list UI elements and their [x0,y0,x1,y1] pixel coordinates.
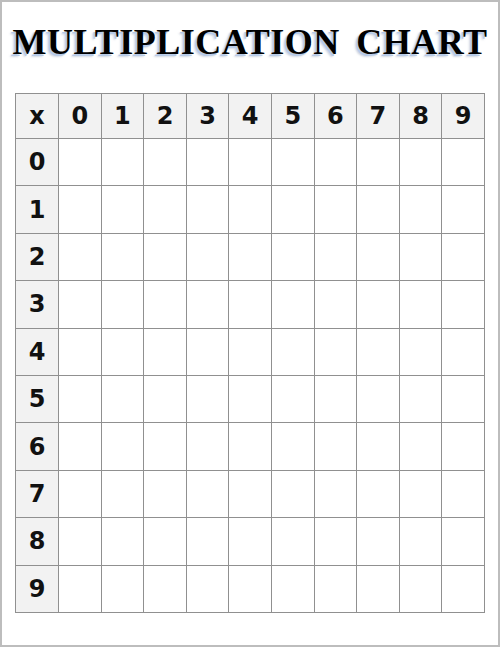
product-cell-r6c9[interactable] [442,423,484,469]
product-cell-r2c7[interactable] [357,234,399,280]
page-title: MULTIPLICATION CHART [2,22,498,62]
column-header-0: 0 [59,94,101,138]
product-cell-r2c9[interactable] [442,234,484,280]
product-cell-r3c4[interactable] [229,281,271,327]
product-cell-r8c0[interactable] [59,518,101,564]
product-cell-r2c5[interactable] [272,234,314,280]
row-header-4: 4 [16,329,58,375]
product-cell-r2c3[interactable] [187,234,229,280]
product-cell-r8c5[interactable] [272,518,314,564]
row-header-0: 0 [16,139,58,185]
column-header-2: 2 [144,94,186,138]
product-cell-r7c2[interactable] [144,471,186,517]
product-cell-r3c8[interactable] [400,281,442,327]
product-cell-r2c4[interactable] [229,234,271,280]
column-header-3: 3 [187,94,229,138]
product-cell-r7c8[interactable] [400,471,442,517]
product-cell-r6c5[interactable] [272,423,314,469]
product-cell-r5c2[interactable] [144,376,186,422]
product-cell-r5c0[interactable] [59,376,101,422]
product-cell-r8c6[interactable] [315,518,357,564]
product-cell-r6c4[interactable] [229,423,271,469]
product-cell-r2c0[interactable] [59,234,101,280]
product-cell-r3c9[interactable] [442,281,484,327]
product-cell-r2c2[interactable] [144,234,186,280]
product-cell-r1c7[interactable] [357,186,399,232]
product-cell-r0c4[interactable] [229,139,271,185]
product-cell-r8c4[interactable] [229,518,271,564]
product-cell-r0c9[interactable] [442,139,484,185]
product-cell-r1c5[interactable] [272,186,314,232]
column-header-4: 4 [229,94,271,138]
product-cell-r0c7[interactable] [357,139,399,185]
product-cell-r6c3[interactable] [187,423,229,469]
product-cell-r7c4[interactable] [229,471,271,517]
product-cell-r2c6[interactable] [315,234,357,280]
product-cell-r6c8[interactable] [400,423,442,469]
product-cell-r7c9[interactable] [442,471,484,517]
product-cell-r0c8[interactable] [400,139,442,185]
product-cell-r3c6[interactable] [315,281,357,327]
product-cell-r4c8[interactable] [400,329,442,375]
product-cell-r9c5[interactable] [272,566,314,612]
product-cell-r1c9[interactable] [442,186,484,232]
product-cell-r9c8[interactable] [400,566,442,612]
product-cell-r9c1[interactable] [102,566,144,612]
product-cell-r5c3[interactable] [187,376,229,422]
product-cell-r3c7[interactable] [357,281,399,327]
product-cell-r7c5[interactable] [272,471,314,517]
product-cell-r9c3[interactable] [187,566,229,612]
product-cell-r8c3[interactable] [187,518,229,564]
product-cell-r5c9[interactable] [442,376,484,422]
product-cell-r0c2[interactable] [144,139,186,185]
product-cell-r4c9[interactable] [442,329,484,375]
row-header-1: 1 [16,186,58,232]
row-header-3: 3 [16,281,58,327]
product-cell-r7c3[interactable] [187,471,229,517]
multiplication-grid: x01234567890123456789 [15,93,485,613]
product-cell-r4c4[interactable] [229,329,271,375]
column-header-1: 1 [102,94,144,138]
product-cell-r3c5[interactable] [272,281,314,327]
product-cell-r7c7[interactable] [357,471,399,517]
product-cell-r9c0[interactable] [59,566,101,612]
product-cell-r4c5[interactable] [272,329,314,375]
product-cell-r5c5[interactable] [272,376,314,422]
product-cell-r1c6[interactable] [315,186,357,232]
column-header-7: 7 [357,94,399,138]
product-cell-r4c3[interactable] [187,329,229,375]
product-cell-r3c3[interactable] [187,281,229,327]
column-header-8: 8 [400,94,442,138]
product-cell-r4c6[interactable] [315,329,357,375]
product-cell-r9c6[interactable] [315,566,357,612]
product-cell-r3c1[interactable] [102,281,144,327]
product-cell-r5c4[interactable] [229,376,271,422]
product-cell-r3c0[interactable] [59,281,101,327]
product-cell-r2c1[interactable] [102,234,144,280]
product-cell-r9c7[interactable] [357,566,399,612]
column-header-5: 5 [272,94,314,138]
product-cell-r1c0[interactable] [59,186,101,232]
product-cell-r8c8[interactable] [400,518,442,564]
worksheet-page: { "title": "MULTIPLICATION CHART", "game… [0,0,500,647]
corner-cell: x [16,94,58,138]
product-cell-r4c0[interactable] [59,329,101,375]
product-cell-r6c7[interactable] [357,423,399,469]
row-header-8: 8 [16,518,58,564]
product-cell-r8c2[interactable] [144,518,186,564]
product-cell-r1c1[interactable] [102,186,144,232]
product-cell-r6c6[interactable] [315,423,357,469]
product-cell-r0c3[interactable] [187,139,229,185]
product-cell-r0c0[interactable] [59,139,101,185]
product-cell-r6c0[interactable] [59,423,101,469]
row-header-9: 9 [16,566,58,612]
column-header-6: 6 [315,94,357,138]
product-cell-r9c2[interactable] [144,566,186,612]
product-cell-r7c1[interactable] [102,471,144,517]
product-cell-r0c1[interactable] [102,139,144,185]
product-cell-r0c6[interactable] [315,139,357,185]
product-cell-r4c1[interactable] [102,329,144,375]
product-cell-r6c1[interactable] [102,423,144,469]
product-cell-r8c9[interactable] [442,518,484,564]
product-cell-r8c1[interactable] [102,518,144,564]
product-cell-r4c2[interactable] [144,329,186,375]
product-cell-r3c2[interactable] [144,281,186,327]
product-cell-r9c9[interactable] [442,566,484,612]
product-cell-r7c6[interactable] [315,471,357,517]
product-cell-r5c7[interactable] [357,376,399,422]
product-cell-r4c7[interactable] [357,329,399,375]
product-cell-r7c0[interactable] [59,471,101,517]
product-cell-r8c7[interactable] [357,518,399,564]
row-header-2: 2 [16,234,58,280]
product-cell-r9c4[interactable] [229,566,271,612]
product-cell-r1c3[interactable] [187,186,229,232]
product-cell-r2c8[interactable] [400,234,442,280]
product-cell-r0c5[interactable] [272,139,314,185]
row-header-6: 6 [16,423,58,469]
row-header-7: 7 [16,471,58,517]
product-cell-r5c6[interactable] [315,376,357,422]
product-cell-r5c8[interactable] [400,376,442,422]
product-cell-r1c2[interactable] [144,186,186,232]
product-cell-r5c1[interactable] [102,376,144,422]
row-header-5: 5 [16,376,58,422]
column-header-9: 9 [442,94,484,138]
product-cell-r6c2[interactable] [144,423,186,469]
product-cell-r1c4[interactable] [229,186,271,232]
product-cell-r1c8[interactable] [400,186,442,232]
